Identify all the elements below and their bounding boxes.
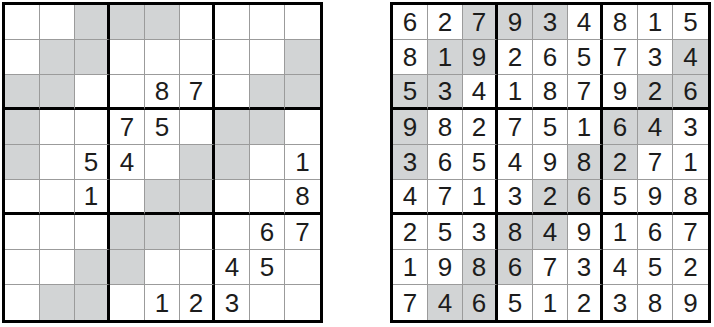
puzzle-cell-r4c1[interactable] — [5, 110, 40, 145]
solution-cell-r4c5: 5 — [533, 110, 568, 145]
puzzle-cell-r1c8[interactable] — [250, 5, 285, 40]
solution-cell-r9c5: 1 — [533, 285, 568, 320]
solution-cell-r2c5: 6 — [533, 40, 568, 75]
puzzle-cell-r5c5[interactable] — [145, 145, 180, 180]
puzzle-cell-r8c8[interactable]: 5 — [250, 250, 285, 285]
puzzle-cell-r6c9[interactable]: 8 — [285, 180, 320, 215]
puzzle-cell-r8c6[interactable] — [180, 250, 215, 285]
puzzle-cell-r8c5[interactable] — [145, 250, 180, 285]
solution-cell-r9c7: 3 — [603, 285, 638, 320]
puzzle-cell-r6c3[interactable]: 1 — [75, 180, 110, 215]
puzzle-cell-r4c4[interactable]: 7 — [110, 110, 145, 145]
solution-cell-r4c8: 4 — [638, 110, 673, 145]
puzzle-cell-r7c9[interactable]: 7 — [285, 215, 320, 250]
puzzle-cell-r6c5[interactable] — [145, 180, 180, 215]
puzzle-cell-r9c5[interactable]: 1 — [145, 285, 180, 320]
solution-cell-r1c6: 4 — [568, 5, 603, 40]
puzzle-cell-r1c2[interactable] — [40, 5, 75, 40]
solution-cell-r5c7: 2 — [603, 145, 638, 180]
solution-cell-r2c7: 7 — [603, 40, 638, 75]
puzzle-cell-r8c4[interactable] — [110, 250, 145, 285]
solution-cell-r7c3: 3 — [463, 215, 498, 250]
solution-cell-r6c2: 7 — [428, 180, 463, 215]
solution-cell-r7c9: 7 — [673, 215, 708, 250]
puzzle-cell-r3c4[interactable] — [110, 75, 145, 110]
solution-cell-r4c1: 9 — [393, 110, 428, 145]
solution-cell-r8c7: 4 — [603, 250, 638, 285]
puzzle-cell-r2c6[interactable] — [180, 40, 215, 75]
puzzle-cell-r9c1[interactable] — [5, 285, 40, 320]
solution-cell-r5c4: 4 — [498, 145, 533, 180]
solution-cell-r4c2: 8 — [428, 110, 463, 145]
puzzle-cell-r3c7[interactable] — [215, 75, 250, 110]
puzzle-cell-r4c3[interactable] — [75, 110, 110, 145]
puzzle-cell-r6c6[interactable] — [180, 180, 215, 215]
solution-cell-r5c1: 3 — [393, 145, 428, 180]
puzzle-cell-r7c1[interactable] — [5, 215, 40, 250]
solution-cell-r6c9: 8 — [673, 180, 708, 215]
solution-cell-r6c6: 6 — [568, 180, 603, 215]
puzzle-cell-r5c7[interactable] — [215, 145, 250, 180]
puzzle-cell-r1c1[interactable] — [5, 5, 40, 40]
sudoku-diagram: 8775541186745123 62793481581926573453418… — [0, 0, 714, 323]
solution-cell-r1c5: 3 — [533, 5, 568, 40]
solution-cell-r3c7: 9 — [603, 75, 638, 110]
puzzle-cell-r3c3[interactable] — [75, 75, 110, 110]
puzzle-cell-r8c2[interactable] — [40, 250, 75, 285]
solution-cell-r5c8: 7 — [638, 145, 673, 180]
solution-cell-r3c6: 7 — [568, 75, 603, 110]
solution-cell-r8c6: 3 — [568, 250, 603, 285]
puzzle-cell-r7c8[interactable]: 6 — [250, 215, 285, 250]
puzzle-cell-r5c2[interactable] — [40, 145, 75, 180]
puzzle-cell-r8c3[interactable] — [75, 250, 110, 285]
solution-cell-r6c8: 9 — [638, 180, 673, 215]
solution-cell-r8c2: 9 — [428, 250, 463, 285]
puzzle-grid: 8775541186745123 — [2, 2, 323, 323]
puzzle-cell-r5c8[interactable] — [250, 145, 285, 180]
puzzle-cell-r4c8[interactable] — [250, 110, 285, 145]
solution-cell-r9c9: 9 — [673, 285, 708, 320]
puzzle-cell-r8c9[interactable] — [285, 250, 320, 285]
puzzle-cell-r3c6[interactable]: 7 — [180, 75, 215, 110]
puzzle-cell-r3c1[interactable] — [5, 75, 40, 110]
solution-cell-r6c5: 2 — [533, 180, 568, 215]
solution-cell-r9c8: 8 — [638, 285, 673, 320]
puzzle-cell-r6c8[interactable] — [250, 180, 285, 215]
puzzle-cell-r1c6[interactable] — [180, 5, 215, 40]
puzzle-cell-r5c6[interactable] — [180, 145, 215, 180]
solution-cell-r5c3: 5 — [463, 145, 498, 180]
solution-cell-r3c8: 2 — [638, 75, 673, 110]
puzzle-cell-r3c5[interactable]: 8 — [145, 75, 180, 110]
solution-grid: 6279348158192657345341879269827516433654… — [390, 2, 711, 323]
solution-cell-r5c5: 9 — [533, 145, 568, 180]
solution-cell-r4c3: 2 — [463, 110, 498, 145]
solution-cell-r7c1: 2 — [393, 215, 428, 250]
puzzle-cell-r7c5[interactable] — [145, 215, 180, 250]
solution-cell-r9c3: 6 — [463, 285, 498, 320]
puzzle-cell-r9c2[interactable] — [40, 285, 75, 320]
puzzle-cell-r7c7[interactable] — [215, 215, 250, 250]
puzzle-cell-r6c1[interactable] — [5, 180, 40, 215]
solution-cell-r1c8: 1 — [638, 5, 673, 40]
solution-cell-r9c4: 5 — [498, 285, 533, 320]
solution-cell-r1c4: 9 — [498, 5, 533, 40]
solution-cell-r9c6: 2 — [568, 285, 603, 320]
solution-cell-r8c5: 7 — [533, 250, 568, 285]
solution-cell-r5c2: 6 — [428, 145, 463, 180]
puzzle-cell-r9c8[interactable] — [250, 285, 285, 320]
puzzle-cell-r6c2[interactable] — [40, 180, 75, 215]
puzzle-cell-r6c4[interactable] — [110, 180, 145, 215]
puzzle-cell-r1c7[interactable] — [215, 5, 250, 40]
solution-cell-r6c4: 3 — [498, 180, 533, 215]
solution-cell-r4c4: 7 — [498, 110, 533, 145]
puzzle-cell-r9c4[interactable] — [110, 285, 145, 320]
puzzle-cell-r9c6[interactable]: 2 — [180, 285, 215, 320]
solution-cell-r8c1: 1 — [393, 250, 428, 285]
solution-cell-r1c1: 6 — [393, 5, 428, 40]
puzzle-cell-r4c9[interactable] — [285, 110, 320, 145]
puzzle-cell-r4c2[interactable] — [40, 110, 75, 145]
solution-cell-r9c2: 4 — [428, 285, 463, 320]
puzzle-cell-r9c9[interactable] — [285, 285, 320, 320]
puzzle-cell-r1c5[interactable] — [145, 5, 180, 40]
solution-cell-r3c4: 1 — [498, 75, 533, 110]
solution-cell-r7c6: 9 — [568, 215, 603, 250]
puzzle-cell-r5c1[interactable] — [5, 145, 40, 180]
puzzle-cell-r8c7[interactable]: 4 — [215, 250, 250, 285]
puzzle-cell-r5c4[interactable]: 4 — [110, 145, 145, 180]
solution-cell-r7c7: 1 — [603, 215, 638, 250]
solution-cell-r6c7: 5 — [603, 180, 638, 215]
solution-cell-r3c2: 3 — [428, 75, 463, 110]
solution-cell-r6c3: 1 — [463, 180, 498, 215]
solution-cell-r4c9: 3 — [673, 110, 708, 145]
puzzle-cell-r7c6[interactable] — [180, 215, 215, 250]
puzzle-cell-r3c9[interactable] — [285, 75, 320, 110]
puzzle-cell-r4c6[interactable] — [180, 110, 215, 145]
puzzle-cell-r5c9[interactable]: 1 — [285, 145, 320, 180]
solution-cell-r7c5: 4 — [533, 215, 568, 250]
solution-cell-r4c6: 1 — [568, 110, 603, 145]
puzzle-cell-r5c3[interactable]: 5 — [75, 145, 110, 180]
puzzle-cell-r2c2[interactable] — [40, 40, 75, 75]
solution-cell-r8c9: 2 — [673, 250, 708, 285]
puzzle-cell-r2c9[interactable] — [285, 40, 320, 75]
solution-cell-r2c8: 3 — [638, 40, 673, 75]
puzzle-cell-r1c9[interactable] — [285, 5, 320, 40]
puzzle-cell-r4c5[interactable]: 5 — [145, 110, 180, 145]
solution-cell-r2c4: 2 — [498, 40, 533, 75]
solution-cell-r2c3: 9 — [463, 40, 498, 75]
solution-cell-r9c1: 7 — [393, 285, 428, 320]
solution-cell-r6c1: 4 — [393, 180, 428, 215]
solution-cell-r5c9: 1 — [673, 145, 708, 180]
solution-cell-r2c1: 8 — [393, 40, 428, 75]
solution-cell-r3c9: 6 — [673, 75, 708, 110]
solution-cell-r8c8: 5 — [638, 250, 673, 285]
puzzle-cell-r1c3[interactable] — [75, 5, 110, 40]
puzzle-cell-r6c7[interactable] — [215, 180, 250, 215]
puzzle-cell-r2c3[interactable] — [75, 40, 110, 75]
puzzle-cell-r7c4[interactable] — [110, 215, 145, 250]
puzzle-cell-r2c5[interactable] — [145, 40, 180, 75]
solution-cell-r5c6: 8 — [568, 145, 603, 180]
solution-cell-r2c2: 1 — [428, 40, 463, 75]
solution-cell-r7c2: 5 — [428, 215, 463, 250]
solution-cell-r1c3: 7 — [463, 5, 498, 40]
puzzle-cell-r3c8[interactable] — [250, 75, 285, 110]
solution-cell-r3c3: 4 — [463, 75, 498, 110]
puzzle-cell-r7c3[interactable] — [75, 215, 110, 250]
puzzle-cell-r9c3[interactable] — [75, 285, 110, 320]
solution-cell-r7c8: 6 — [638, 215, 673, 250]
solution-cell-r8c3: 8 — [463, 250, 498, 285]
solution-cell-r3c5: 8 — [533, 75, 568, 110]
solution-cell-r8c4: 6 — [498, 250, 533, 285]
puzzle-cell-r2c8[interactable] — [250, 40, 285, 75]
puzzle-cell-r4c7[interactable] — [215, 110, 250, 145]
solution-cell-r4c7: 6 — [603, 110, 638, 145]
solution-cell-r2c9: 4 — [673, 40, 708, 75]
puzzle-cell-r7c2[interactable] — [40, 215, 75, 250]
puzzle-cell-r3c2[interactable] — [40, 75, 75, 110]
puzzle-cell-r2c7[interactable] — [215, 40, 250, 75]
solution-cell-r1c9: 5 — [673, 5, 708, 40]
puzzle-cell-r2c4[interactable] — [110, 40, 145, 75]
puzzle-cell-r9c7[interactable]: 3 — [215, 285, 250, 320]
puzzle-cell-r8c1[interactable] — [5, 250, 40, 285]
puzzle-cell-r1c4[interactable] — [110, 5, 145, 40]
solution-cell-r1c2: 2 — [428, 5, 463, 40]
solution-cell-r7c4: 8 — [498, 215, 533, 250]
puzzle-cell-r2c1[interactable] — [5, 40, 40, 75]
solution-cell-r3c1: 5 — [393, 75, 428, 110]
solution-cell-r2c6: 5 — [568, 40, 603, 75]
solution-cell-r1c7: 8 — [603, 5, 638, 40]
